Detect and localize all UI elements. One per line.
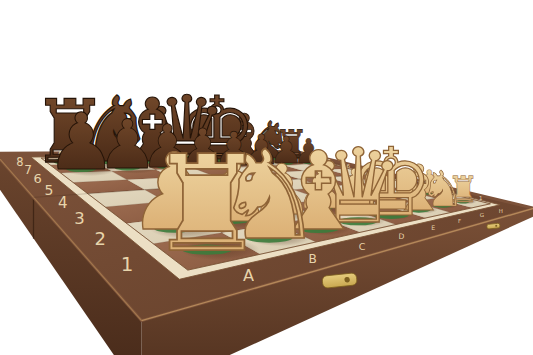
coord-number-8-left: 8	[16, 155, 23, 169]
coord-number-3-left: 3	[74, 209, 84, 228]
brass-latch-right-icon	[487, 223, 500, 229]
coord-number-4-left: 4	[58, 194, 68, 212]
chess-board: AABBCCDDEEFFGGHH8877665544332211♜♞♝♚♛♝♞♜…	[0, 0, 533, 355]
coord-letter-G-front: G	[480, 212, 484, 218]
folding-chess-set-photo: AABBCCDDEEFFGGHH8877665544332211♜♞♝♚♛♝♞♜…	[0, 0, 533, 355]
piece-white-rook-a1[interactable]: ♜	[147, 127, 266, 281]
coord-number-1-left: 1	[121, 252, 134, 276]
coord-letter-F-front: F	[458, 218, 461, 224]
coord-letter-H-front: H	[499, 208, 503, 214]
piece-black-pawn-a7[interactable]: ♟	[46, 96, 116, 188]
coord-number-2-left: 2	[94, 228, 105, 249]
coord-number-1-right: 1	[479, 195, 483, 201]
